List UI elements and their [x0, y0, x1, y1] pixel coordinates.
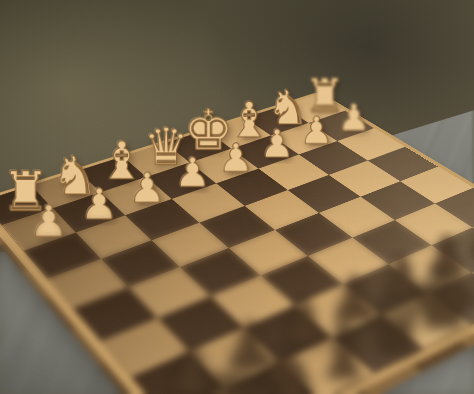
piece-white-pawn: ♟: [218, 138, 253, 177]
piece-white-pawn: ♟: [338, 100, 371, 137]
piece-white-pawn: ♟: [129, 167, 166, 208]
piece-white-pawn: ♟: [29, 200, 68, 244]
photo-of-chess-set: ♜♞♝♛♚♝♞♜♟♟♟♟♟♟♟♟♟♟♟♟♟♟♟♟♜♞♝♛♚♝♞♜: [0, 0, 474, 394]
piece-white-pawn: ♟: [175, 153, 211, 193]
board-grid: ♜♞♝♛♚♝♞♜♟♟♟♟♟♟♟♟♟♟♟♟♟♟♟♟♜♞♝♛♚♝♞♜: [0, 95, 474, 394]
piece-white-pawn: ♟: [260, 125, 295, 163]
piece-white-pawn: ♟: [80, 183, 118, 225]
chess-board: ♜♞♝♛♚♝♞♜♟♟♟♟♟♟♟♟♟♟♟♟♟♟♟♟♜♞♝♛♚♝♞♜: [0, 95, 474, 394]
board-scene: ♜♞♝♛♚♝♞♜♟♟♟♟♟♟♟♟♟♟♟♟♟♟♟♟♜♞♝♛♚♝♞♜: [0, 0, 474, 394]
piece-black-rook: ♜: [193, 365, 266, 394]
piece-white-pawn: ♟: [300, 112, 334, 150]
